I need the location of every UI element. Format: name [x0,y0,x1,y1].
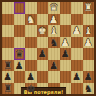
square-c5[interactable]: ♟ [60,48,72,60]
square-f4[interactable] [25,37,37,49]
square-e2[interactable] [37,14,49,26]
white-queen[interactable]: ♛ [49,2,58,14]
square-g6[interactable]: ♟ [14,60,26,72]
black-pawn[interactable]: ♟ [49,59,58,71]
square-e6[interactable] [37,60,49,72]
chess-board: ♛♜♞♟♚♝♟♝♞♟♟♛♟♟♜♟♟♟♟♟♟♜♚♞ Вы потеряли! [0,0,96,96]
white-pawn[interactable]: ♟ [61,36,70,48]
square-b1[interactable] [71,2,83,14]
white-pawn[interactable]: ♟ [49,13,58,25]
square-e1[interactable] [37,2,49,14]
black-pawn[interactable]: ♟ [38,48,47,60]
square-d2[interactable]: ♟ [48,14,60,26]
square-d1[interactable]: ♛ [48,2,60,14]
square-a6[interactable] [83,60,95,72]
square-e3[interactable]: ♚ [37,25,49,37]
square-c4[interactable]: ♟ [60,37,72,49]
square-a7[interactable]: ♟ [83,71,95,83]
square-b2[interactable] [71,14,83,26]
square-b8[interactable] [71,83,83,95]
square-d6[interactable]: ♟ [48,60,60,72]
square-h3[interactable] [2,25,14,37]
square-h1[interactable] [2,2,14,14]
white-pawn[interactable]: ♟ [84,36,93,48]
white-rook[interactable]: ♜ [84,2,93,14]
square-e5[interactable]: ♟ [37,48,49,60]
square-a8[interactable]: ♞ [83,83,95,95]
square-g5[interactable]: ♛ [14,48,26,60]
square-h7[interactable]: ♟ [2,71,14,83]
square-d3[interactable]: ♝ [48,25,60,37]
square-f7[interactable]: ♟ [25,71,37,83]
black-knight[interactable]: ♞ [84,82,93,94]
square-g4[interactable] [14,37,26,49]
square-c3[interactable] [60,25,72,37]
black-pawn[interactable]: ♟ [72,71,81,83]
square-c1[interactable] [60,2,72,14]
black-pawn[interactable]: ♟ [26,71,35,83]
square-a1[interactable]: ♜ [83,2,95,14]
square-b5[interactable] [71,48,83,60]
square-h8[interactable]: ♜ [2,83,14,95]
square-a2[interactable] [83,14,95,26]
square-h6[interactable]: ♜ [2,60,14,72]
square-f6[interactable] [25,60,37,72]
square-a4[interactable]: ♟ [83,37,95,49]
square-g7[interactable] [14,71,26,83]
square-d5[interactable] [48,48,60,60]
white-bishop[interactable]: ♝ [84,25,93,37]
black-pawn[interactable]: ♟ [61,48,70,60]
square-d7[interactable] [48,71,60,83]
black-pawn[interactable]: ♟ [15,59,24,71]
board-grid: ♛♜♞♟♚♝♟♝♞♟♟♛♟♟♜♟♟♟♟♟♟♜♚♞ [2,2,94,94]
square-h4[interactable] [2,37,14,49]
square-f3[interactable] [25,25,37,37]
square-b4[interactable] [71,37,83,49]
square-c7[interactable] [60,71,72,83]
square-e7[interactable] [37,71,49,83]
square-d4[interactable]: ♞ [48,37,60,49]
black-knight[interactable]: ♞ [49,36,58,48]
square-b7[interactable]: ♟ [71,71,83,83]
black-king[interactable]: ♚ [26,82,35,94]
square-b6[interactable] [71,60,83,72]
square-a5[interactable] [83,48,95,60]
square-c2[interactable] [60,14,72,26]
square-f5[interactable] [25,48,37,60]
square-h5[interactable] [2,48,14,60]
square-f1[interactable] [25,2,37,14]
white-bishop[interactable]: ♝ [49,25,58,37]
square-b3[interactable]: ♟ [71,25,83,37]
square-c6[interactable] [60,60,72,72]
square-a3[interactable]: ♝ [83,25,95,37]
white-pawn[interactable]: ♟ [72,25,81,37]
black-pawn[interactable]: ♟ [3,71,12,83]
square-e4[interactable] [37,37,49,49]
white-king[interactable]: ♚ [38,25,47,37]
square-g1[interactable] [14,2,26,14]
black-rook[interactable]: ♜ [3,59,12,71]
square-f8[interactable]: ♚ [25,83,37,95]
white-knight[interactable]: ♞ [26,13,35,25]
square-f2[interactable]: ♞ [25,14,37,26]
square-g2[interactable] [14,14,26,26]
square-g3[interactable] [14,25,26,37]
black-rook[interactable]: ♜ [3,82,12,94]
black-pawn[interactable]: ♟ [84,71,93,83]
black-queen[interactable]: ♛ [15,48,24,60]
square-h2[interactable] [2,14,14,26]
